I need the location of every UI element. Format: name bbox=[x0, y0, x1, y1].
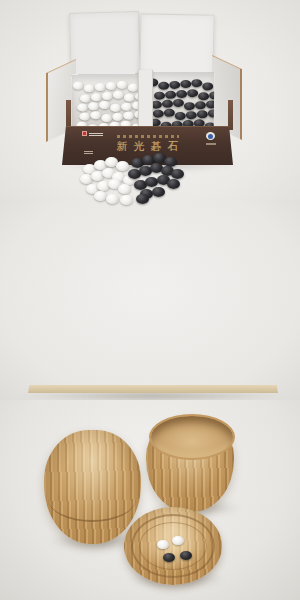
lid-stone-white bbox=[157, 540, 169, 549]
loose-white-stone bbox=[94, 191, 107, 201]
lid-stone-black bbox=[163, 553, 175, 562]
loose-white-stone bbox=[120, 195, 133, 205]
loose-black-stone bbox=[152, 187, 165, 197]
loose-white-stone bbox=[118, 184, 131, 194]
photo-go-bowls bbox=[0, 400, 300, 600]
lid-stones-layer bbox=[0, 400, 300, 600]
loose-black-stone bbox=[167, 179, 180, 189]
loose-white-stone bbox=[116, 161, 129, 171]
photo-stone-box: 新光碁石 bbox=[0, 0, 300, 200]
loose-black-stone bbox=[145, 177, 158, 187]
loose-black-stone bbox=[171, 169, 184, 179]
loose-black-stone bbox=[136, 194, 149, 204]
lid-stone-white bbox=[172, 536, 184, 545]
product-photo-collage: 新光碁石 bbox=[0, 0, 300, 600]
loose-white-stone bbox=[106, 194, 119, 204]
photo-go-board bbox=[0, 200, 300, 400]
lid-stone-black bbox=[180, 551, 192, 560]
loose-stones-layer bbox=[0, 0, 300, 200]
